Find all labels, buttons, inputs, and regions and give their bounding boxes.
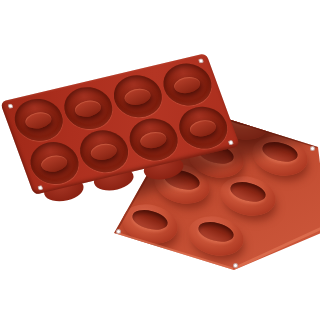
mold-dome — [184, 211, 248, 261]
mold-cavity — [123, 113, 183, 164]
cavity-island — [188, 118, 219, 139]
cavity-island — [23, 110, 54, 131]
mold-cavity — [73, 125, 133, 176]
hang-hole — [310, 146, 315, 151]
mold-cavity — [57, 82, 117, 133]
cavity-island — [172, 75, 203, 96]
hang-hole — [36, 185, 43, 191]
mold-dome — [216, 171, 280, 221]
mold-edge-highlight — [234, 219, 320, 270]
hang-hole — [227, 139, 234, 145]
product-photo — [0, 0, 320, 320]
cavity-island — [73, 98, 104, 119]
hang-hole — [7, 103, 14, 109]
hang-hole — [233, 263, 238, 268]
hang-hole — [197, 58, 204, 64]
mold-cavity — [157, 59, 217, 110]
mold-cavity — [172, 102, 232, 153]
dome-crater — [220, 81, 259, 107]
dome-crater — [130, 207, 169, 233]
hang-hole — [116, 229, 121, 234]
dome-crater — [228, 179, 267, 205]
mold-cavity — [8, 94, 68, 145]
cavity-island — [138, 130, 169, 151]
cavity-island — [88, 141, 119, 162]
mold-cavity — [24, 137, 84, 188]
dome-crater — [196, 219, 235, 245]
mold-cavity — [107, 70, 167, 121]
cavity-island — [39, 153, 70, 174]
cavity-island — [122, 86, 153, 107]
